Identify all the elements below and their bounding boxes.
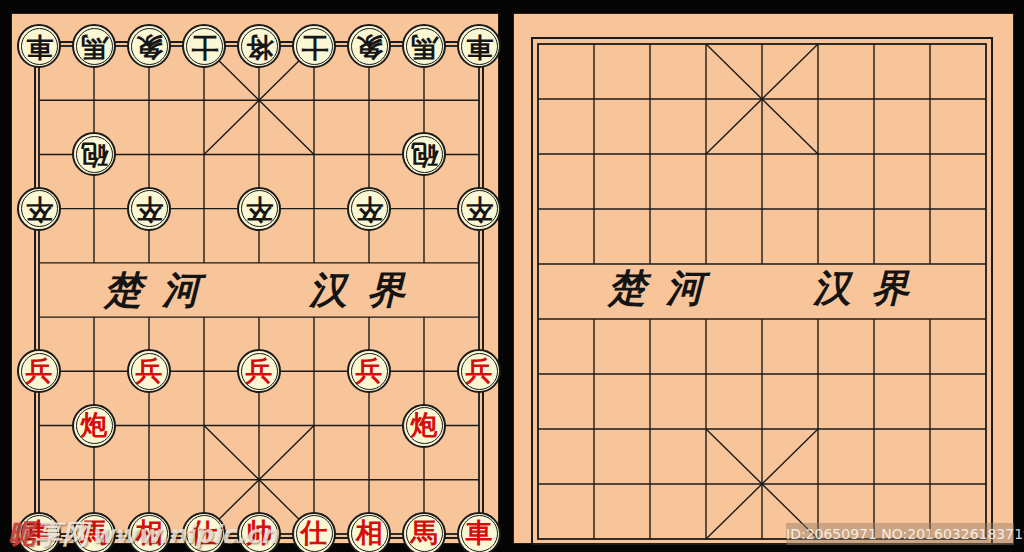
piece-red-soldier-4[interactable]: 兵 — [347, 349, 391, 393]
piece-black-chariot-left[interactable]: 車 — [17, 24, 61, 68]
piece-red-elephant-right[interactable]: 相 — [347, 512, 391, 552]
piece-black-advisor-right[interactable]: 士 — [292, 24, 336, 68]
site-watermark-url: www.nipic.cn — [91, 520, 278, 549]
board-panel-right: 楚河 汉界 — [513, 13, 1014, 544]
piece-black-elephant-right[interactable]: 象 — [347, 24, 391, 68]
site-watermark: 昵享网www.nipic.cn — [8, 516, 278, 552]
piece-black-soldier-4[interactable]: 卒 — [347, 187, 391, 231]
piece-black-advisor-left[interactable]: 士 — [182, 24, 226, 68]
pieces-layer-left: 車馬象士将士象馬車砲砲卒卒卒卒卒兵兵兵兵兵炮炮車馬相仕帅仕相馬車 — [12, 19, 507, 552]
board-panel-left: 楚河 汉界 車馬象士将士象馬車砲砲卒卒卒卒卒兵兵兵兵兵炮炮車馬相仕帅仕相馬車 — [11, 13, 499, 544]
piece-black-soldier-2[interactable]: 卒 — [127, 187, 171, 231]
image-canvas: 楚河 汉界 車馬象士将士象馬車砲砲卒卒卒卒卒兵兵兵兵兵炮炮車馬相仕帅仕相馬車 楚… — [0, 0, 1024, 552]
piece-red-soldier-5[interactable]: 兵 — [457, 349, 501, 393]
piece-black-elephant-left[interactable]: 象 — [127, 24, 171, 68]
piece-black-cannon-right[interactable]: 砲 — [402, 132, 446, 176]
piece-black-soldier-1[interactable]: 卒 — [17, 187, 61, 231]
piece-black-chariot-right[interactable]: 車 — [457, 24, 501, 68]
piece-black-general[interactable]: 将 — [237, 24, 281, 68]
site-watermark-name: 享网 — [35, 518, 89, 549]
piece-black-horse-right[interactable]: 馬 — [402, 24, 446, 68]
piece-black-horse-left[interactable]: 馬 — [72, 24, 116, 68]
piece-red-advisor-right[interactable]: 仕 — [292, 512, 336, 552]
piece-black-soldier-5[interactable]: 卒 — [457, 187, 501, 231]
piece-red-chariot-right[interactable]: 車 — [457, 512, 501, 552]
piece-black-cannon-left[interactable]: 砲 — [72, 132, 116, 176]
id-watermark: ID:20650971 NO:20160326183719368000 — [786, 523, 1014, 545]
pieces-layer-right — [510, 17, 1014, 552]
piece-black-soldier-3[interactable]: 卒 — [237, 187, 281, 231]
piece-red-cannon-right[interactable]: 炮 — [402, 404, 446, 448]
piece-red-soldier-3[interactable]: 兵 — [237, 349, 281, 393]
piece-red-cannon-left[interactable]: 炮 — [72, 404, 116, 448]
piece-red-horse-right[interactable]: 馬 — [402, 512, 446, 552]
piece-red-soldier-1[interactable]: 兵 — [17, 349, 61, 393]
site-watermark-first-char: 昵 — [8, 518, 35, 549]
piece-red-soldier-2[interactable]: 兵 — [127, 349, 171, 393]
